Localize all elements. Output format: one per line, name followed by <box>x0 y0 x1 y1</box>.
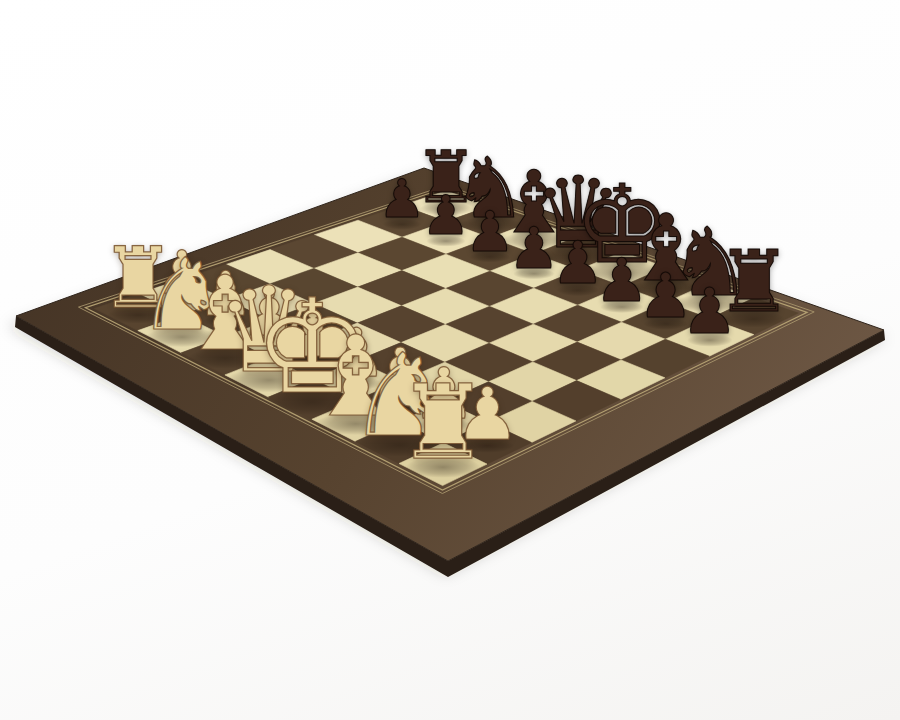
chess-set-photo: ♜♞♝♛♚♝♞♜♟♟♟♟♟♟♟♟♟♟♟♟♟♟♟♟♜♞♝♛♚♝♞♜ <box>0 0 900 720</box>
chess-board <box>0 0 900 720</box>
